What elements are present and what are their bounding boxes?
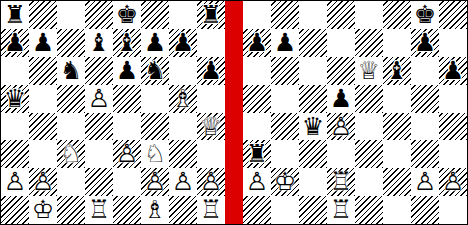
black-pawn-piece-b7: ♟ <box>29 29 57 57</box>
left-square-a7[interactable]: ♟ <box>1 29 29 57</box>
left-square-g5[interactable]: ♝♗ <box>169 85 197 113</box>
left-square-f8[interactable] <box>141 1 169 29</box>
right-square-c3[interactable] <box>299 140 327 168</box>
right-square-a3[interactable]: ♜ <box>243 140 271 168</box>
left-square-h1[interactable]: ♜♖ <box>197 196 225 224</box>
black-pawn-piece-a7: ♟ <box>1 29 29 57</box>
right-square-a5[interactable] <box>243 85 271 113</box>
right-square-g8[interactable]: ♚ <box>411 1 439 29</box>
white-knight-piece-f3: ♞♘ <box>141 140 169 168</box>
black-bishop-piece-f6: ♝ <box>383 57 411 85</box>
left-square-g6[interactable] <box>169 57 197 85</box>
right-square-c4[interactable]: ♛ <box>299 113 327 141</box>
white-pawn-piece-d4: ♟♙ <box>327 113 355 141</box>
black-bishop-piece-e7: ♝ <box>113 29 141 57</box>
right-square-d8[interactable] <box>327 1 355 29</box>
right-square-f4[interactable] <box>383 113 411 141</box>
right-square-f2[interactable] <box>383 168 411 196</box>
left-square-f7[interactable]: ♟ <box>141 29 169 57</box>
right-square-f8[interactable] <box>383 1 411 29</box>
right-square-b5[interactable] <box>271 85 299 113</box>
white-queen-piece-h4: ♛♕ <box>197 113 225 141</box>
black-knight-piece-f6: ♞ <box>141 57 169 85</box>
left-square-f5[interactable] <box>141 85 169 113</box>
left-square-c2[interactable] <box>57 168 85 196</box>
left-square-e5[interactable] <box>113 85 141 113</box>
left-square-f4[interactable] <box>141 113 169 141</box>
right-square-e5[interactable] <box>355 85 383 113</box>
left-square-a3[interactable] <box>1 140 29 168</box>
right-square-g3[interactable] <box>411 140 439 168</box>
left-square-d6[interactable] <box>85 57 113 85</box>
left-square-d4[interactable] <box>85 113 113 141</box>
right-square-f6[interactable]: ♝ <box>383 57 411 85</box>
right-square-g4[interactable] <box>411 113 439 141</box>
left-square-a4[interactable] <box>1 113 29 141</box>
white-pawn-piece-h2: ♟♙ <box>197 168 225 196</box>
white-rook-piece-d2: ♜♖ <box>327 168 355 196</box>
white-rook-piece-d1: ♜♖ <box>327 196 355 224</box>
left-square-h3[interactable] <box>197 140 225 168</box>
white-pawn-piece-g2: ♟♙ <box>169 168 197 196</box>
right-square-f3[interactable] <box>383 140 411 168</box>
right-square-c5[interactable] <box>299 85 327 113</box>
left-square-a8[interactable]: ♜ <box>1 1 29 29</box>
right-square-c1[interactable] <box>299 196 327 224</box>
left-square-a6[interactable] <box>1 57 29 85</box>
left-square-g4[interactable] <box>169 113 197 141</box>
white-pawn-piece-g2: ♟♙ <box>411 168 439 196</box>
white-pawn-piece-e3: ♟♙ <box>113 140 141 168</box>
white-pawn-piece-f2: ♟♙ <box>141 168 169 196</box>
white-pawn-piece-b2: ♟♙ <box>29 168 57 196</box>
left-square-b5[interactable] <box>29 85 57 113</box>
left-square-c6[interactable]: ♞ <box>57 57 85 85</box>
left-square-b8[interactable] <box>29 1 57 29</box>
right-square-g2[interactable]: ♟♙ <box>411 168 439 196</box>
left-square-e3[interactable]: ♟♙ <box>113 140 141 168</box>
right-square-h2[interactable]: ♟♙ <box>439 168 467 196</box>
white-bishop-piece-g5: ♝♗ <box>169 85 197 113</box>
right-square-a6[interactable] <box>243 57 271 85</box>
left-square-g2[interactable]: ♟♙ <box>169 168 197 196</box>
left-square-d3[interactable] <box>85 140 113 168</box>
left-square-c8[interactable] <box>57 1 85 29</box>
left-square-d1[interactable]: ♜♖ <box>85 196 113 224</box>
left-square-d2[interactable] <box>85 168 113 196</box>
right-square-d3[interactable] <box>327 140 355 168</box>
left-square-e7[interactable]: ♝ <box>113 29 141 57</box>
right-square-d4[interactable]: ♟♙ <box>327 113 355 141</box>
right-square-e1[interactable] <box>355 196 383 224</box>
black-knight-piece-c6: ♞ <box>57 57 85 85</box>
right-square-d6[interactable] <box>327 57 355 85</box>
right-square-d2[interactable]: ♜♖ <box>327 168 355 196</box>
left-square-b7[interactable]: ♟ <box>29 29 57 57</box>
right-square-h8[interactable] <box>439 1 467 29</box>
white-rook-piece-h1: ♜♖ <box>197 196 225 224</box>
black-pawn-piece-g7: ♟ <box>169 29 197 57</box>
black-rook-piece-a8: ♜ <box>1 1 29 29</box>
black-rook-piece-h8: ♜ <box>197 1 225 29</box>
black-pawn-piece-e6: ♟ <box>113 57 141 85</box>
right-square-a2[interactable]: ♟♙ <box>243 168 271 196</box>
left-square-b1[interactable]: ♚♔ <box>29 196 57 224</box>
left-square-d8[interactable] <box>85 1 113 29</box>
left-square-e4[interactable] <box>113 113 141 141</box>
right-square-g5[interactable] <box>411 85 439 113</box>
white-pawn-piece-a2: ♟♙ <box>1 168 29 196</box>
left-square-d5[interactable]: ♟♙ <box>85 85 113 113</box>
black-pawn-piece-f7: ♟ <box>141 29 169 57</box>
chess-board-right: ♚♟♟♟♛♕♝♟♟♛♟♙♜♟♙♚♔♜♖♟♙♟♙♜♖ <box>243 1 467 224</box>
right-square-h6[interactable]: ♟ <box>439 57 467 85</box>
right-square-d7[interactable] <box>327 29 355 57</box>
right-square-e3[interactable] <box>355 140 383 168</box>
left-square-f6[interactable]: ♞ <box>141 57 169 85</box>
black-queen-piece-c4: ♛ <box>299 113 327 141</box>
left-square-h6[interactable]: ♟ <box>197 57 225 85</box>
left-square-c5[interactable] <box>57 85 85 113</box>
red-divider-bar <box>225 1 243 224</box>
right-square-b6[interactable] <box>271 57 299 85</box>
white-rook-piece-d1: ♜♖ <box>85 196 113 224</box>
right-square-b4[interactable] <box>271 113 299 141</box>
chess-board-left: ♜♚♜♟♟♝♝♟♟♞♟♞♟♛♟♙♝♗♛♕♞♘♟♙♞♘♟♙♟♙♟♙♟♙♟♙♚♔♜♖… <box>1 1 225 224</box>
right-square-e2[interactable] <box>355 168 383 196</box>
black-queen-piece-a5: ♛ <box>1 85 29 113</box>
right-square-c6[interactable] <box>299 57 327 85</box>
right-square-f1[interactable] <box>383 196 411 224</box>
left-square-c1[interactable] <box>57 196 85 224</box>
left-square-e1[interactable] <box>113 196 141 224</box>
white-pawn-piece-d5: ♟♙ <box>85 85 113 113</box>
left-square-b3[interactable] <box>29 140 57 168</box>
left-square-f2[interactable]: ♟♙ <box>141 168 169 196</box>
left-square-a2[interactable]: ♟♙ <box>1 168 29 196</box>
diagram-frame: ♜♚♜♟♟♝♝♟♟♞♟♞♟♛♟♙♝♗♛♕♞♘♟♙♞♘♟♙♟♙♟♙♟♙♟♙♚♔♜♖… <box>0 0 468 225</box>
left-square-c7[interactable] <box>57 29 85 57</box>
left-square-c4[interactable] <box>57 113 85 141</box>
black-pawn-piece-a7: ♟ <box>243 29 271 57</box>
left-square-b2[interactable]: ♟♙ <box>29 168 57 196</box>
right-square-c7[interactable] <box>299 29 327 57</box>
right-square-g7[interactable]: ♟ <box>411 29 439 57</box>
left-square-h4[interactable]: ♛♕ <box>197 113 225 141</box>
left-square-a1[interactable] <box>1 196 29 224</box>
right-square-a7[interactable]: ♟ <box>243 29 271 57</box>
right-square-h1[interactable] <box>439 196 467 224</box>
right-square-e8[interactable] <box>355 1 383 29</box>
right-square-h7[interactable] <box>439 29 467 57</box>
right-square-h3[interactable] <box>439 140 467 168</box>
left-square-h7[interactable] <box>197 29 225 57</box>
right-square-h4[interactable] <box>439 113 467 141</box>
right-square-h5[interactable] <box>439 85 467 113</box>
white-knight-piece-c3: ♞♘ <box>57 140 85 168</box>
right-square-d5[interactable]: ♟ <box>327 85 355 113</box>
right-square-b2[interactable]: ♚♔ <box>271 168 299 196</box>
right-square-f5[interactable] <box>383 85 411 113</box>
black-pawn-piece-g7: ♟ <box>411 29 439 57</box>
left-square-b4[interactable] <box>29 113 57 141</box>
left-square-a5[interactable]: ♛ <box>1 85 29 113</box>
right-square-b7[interactable]: ♟ <box>271 29 299 57</box>
black-pawn-piece-h6: ♟ <box>197 57 225 85</box>
left-square-h2[interactable]: ♟♙ <box>197 168 225 196</box>
left-square-e6[interactable]: ♟ <box>113 57 141 85</box>
white-king-piece-b1: ♚♔ <box>29 196 57 224</box>
black-bishop-piece-d7: ♝ <box>85 29 113 57</box>
left-square-e2[interactable] <box>113 168 141 196</box>
left-square-g3[interactable] <box>169 140 197 168</box>
white-pawn-piece-a2: ♟♙ <box>243 168 271 196</box>
right-square-g6[interactable] <box>411 57 439 85</box>
left-square-c3[interactable]: ♞♘ <box>57 140 85 168</box>
black-king-piece-e8: ♚ <box>113 1 141 29</box>
black-pawn-piece-d5: ♟ <box>327 85 355 113</box>
black-pawn-piece-h6: ♟ <box>439 57 467 85</box>
right-square-e6[interactable]: ♛♕ <box>355 57 383 85</box>
black-pawn-piece-b7: ♟ <box>271 29 299 57</box>
left-square-f1[interactable]: ♝♗ <box>141 196 169 224</box>
right-square-g1[interactable] <box>411 196 439 224</box>
right-square-b3[interactable] <box>271 140 299 168</box>
left-square-g8[interactable] <box>169 1 197 29</box>
left-square-h8[interactable]: ♜ <box>197 1 225 29</box>
right-square-a8[interactable] <box>243 1 271 29</box>
white-king-piece-b2: ♚♔ <box>271 168 299 196</box>
right-square-c8[interactable] <box>299 1 327 29</box>
white-pawn-piece-h2: ♟♙ <box>439 168 467 196</box>
left-square-b6[interactable] <box>29 57 57 85</box>
right-square-d1[interactable]: ♜♖ <box>327 196 355 224</box>
right-square-f7[interactable] <box>383 29 411 57</box>
right-square-a4[interactable] <box>243 113 271 141</box>
right-square-e7[interactable] <box>355 29 383 57</box>
white-bishop-piece-f1: ♝♗ <box>141 196 169 224</box>
right-square-c2[interactable] <box>299 168 327 196</box>
right-square-e4[interactable] <box>355 113 383 141</box>
black-rook-piece-a3: ♜ <box>243 140 271 168</box>
left-square-g7[interactable]: ♟ <box>169 29 197 57</box>
right-square-b1[interactable] <box>271 196 299 224</box>
left-square-h5[interactable] <box>197 85 225 113</box>
left-square-f3[interactable]: ♞♘ <box>141 140 169 168</box>
left-square-g1[interactable] <box>169 196 197 224</box>
black-king-piece-g8: ♚ <box>411 1 439 29</box>
white-queen-piece-e6: ♛♕ <box>355 57 383 85</box>
left-square-d7[interactable]: ♝ <box>85 29 113 57</box>
right-square-a1[interactable] <box>243 196 271 224</box>
left-square-e8[interactable]: ♚ <box>113 1 141 29</box>
right-square-b8[interactable] <box>271 1 299 29</box>
